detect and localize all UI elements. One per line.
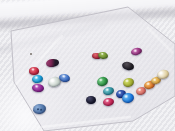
sparkle-highlight	[152, 77, 157, 81]
sparkle-highlight	[34, 85, 40, 89]
gem-maroon-two-tone	[45, 58, 59, 67]
gem-violet	[130, 47, 142, 56]
gem-champagne	[156, 68, 170, 80]
sparkle-highlight	[60, 74, 65, 78]
sparkle-highlight	[158, 70, 164, 75]
sparkle-highlight	[104, 88, 109, 92]
gem-denim-button	[32, 103, 47, 115]
sparkle-highlight	[97, 77, 103, 82]
button-hole	[40, 109, 42, 111]
sparkle-highlight	[137, 87, 142, 91]
buttons-layer	[0, 0, 175, 131]
sparkle-highlight	[49, 78, 56, 83]
gem-crimson	[102, 97, 114, 106]
sparkle-highlight	[132, 49, 137, 53]
sparkle-highlight	[123, 79, 129, 84]
sparkle-highlight	[99, 52, 104, 55]
debris-speck	[30, 53, 32, 55]
gem-teal	[102, 86, 114, 96]
sparkle-highlight	[31, 68, 35, 71]
gem-olive	[122, 77, 135, 89]
sparkle-highlight	[104, 98, 109, 102]
button-hole	[36, 108, 38, 110]
gem-magenta-left	[32, 84, 45, 93]
sparkle-highlight	[33, 76, 38, 80]
gem-cyan	[31, 75, 43, 84]
gem-red-left	[29, 67, 38, 74]
sparkle-highlight	[117, 90, 122, 94]
sparkle-highlight	[145, 81, 150, 85]
sparkle-highlight	[123, 93, 129, 98]
gem-navy-dark-left	[86, 96, 95, 104]
gem-green-cluster	[95, 75, 108, 87]
gem-black-top	[121, 60, 135, 71]
photo-stage	[0, 0, 175, 131]
